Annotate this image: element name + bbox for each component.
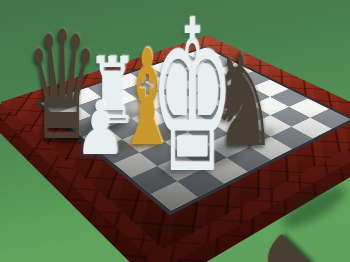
white-pawn-piece[interactable]: ♟ bbox=[75, 91, 125, 165]
scene: ♛ ♜ ♞ ♝ ♟ ♚ ♟ bbox=[0, 0, 350, 262]
white-king-piece[interactable]: ♚ bbox=[150, 0, 235, 203]
